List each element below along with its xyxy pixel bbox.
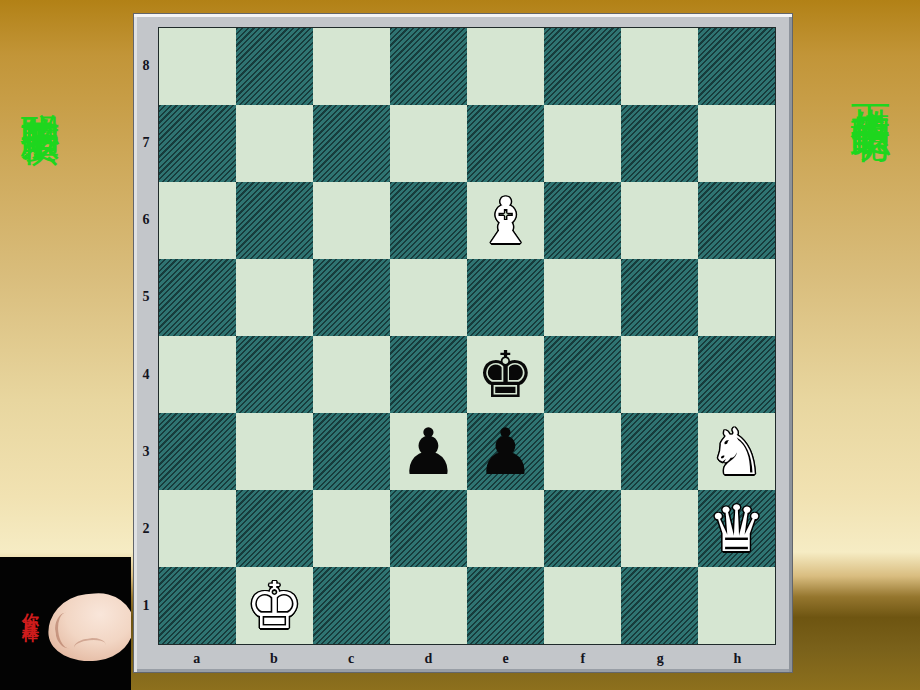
square-a1[interactable] (159, 567, 236, 644)
square-h6[interactable] (698, 182, 775, 259)
white-bishop[interactable]: ♝ (467, 182, 544, 259)
square-g4[interactable] (621, 336, 698, 413)
rank-label-5: 5 (134, 259, 158, 336)
square-g6[interactable] (621, 182, 698, 259)
file-label-f: f (544, 645, 621, 672)
square-c1[interactable] (313, 567, 390, 644)
rank-label-8: 8 (134, 27, 158, 104)
praise-text: 你真棒 (20, 599, 43, 617)
praise-badge[interactable]: 你真棒 (0, 557, 131, 690)
square-a2[interactable] (159, 490, 236, 567)
square-d1[interactable] (390, 567, 467, 644)
file-label-g: g (622, 645, 699, 672)
rank-label-6: 6 (134, 182, 158, 259)
square-a6[interactable] (159, 182, 236, 259)
square-f4[interactable] (544, 336, 621, 413)
black-pawn[interactable]: ♟ (467, 413, 544, 490)
square-h3[interactable]: ♞ (698, 413, 775, 490)
square-f1[interactable] (544, 567, 621, 644)
board-grid[interactable]: ♝♚♟♟♞♛♚ (158, 27, 776, 645)
square-c4[interactable] (313, 336, 390, 413)
square-a3[interactable] (159, 413, 236, 490)
rank-label-4: 4 (134, 336, 158, 413)
square-h2[interactable]: ♛ (698, 490, 775, 567)
square-e8[interactable] (467, 28, 544, 105)
chess-board-frame: 87654321 abcdefgh ♝♚♟♟♞♛♚ (134, 14, 792, 672)
right-caption: 下棋的孩子更聪明 (844, 73, 899, 97)
square-b4[interactable] (236, 336, 313, 413)
square-b8[interactable] (236, 28, 313, 105)
square-e5[interactable] (467, 259, 544, 336)
black-king[interactable]: ♚ (467, 336, 544, 413)
square-h1[interactable] (698, 567, 775, 644)
square-h4[interactable] (698, 336, 775, 413)
square-a5[interactable] (159, 259, 236, 336)
square-c6[interactable] (313, 182, 390, 259)
square-e2[interactable] (467, 490, 544, 567)
square-c2[interactable] (313, 490, 390, 567)
black-pawn[interactable]: ♟ (390, 413, 467, 490)
square-g8[interactable] (621, 28, 698, 105)
square-a8[interactable] (159, 28, 236, 105)
rank-label-2: 2 (134, 491, 158, 568)
file-label-b: b (235, 645, 312, 672)
rank-label-7: 7 (134, 104, 158, 181)
square-g2[interactable] (621, 490, 698, 567)
square-b5[interactable] (236, 259, 313, 336)
square-a7[interactable] (159, 105, 236, 182)
square-c3[interactable] (313, 413, 390, 490)
rank-label-3: 3 (134, 413, 158, 490)
square-c5[interactable] (313, 259, 390, 336)
square-f8[interactable] (544, 28, 621, 105)
square-b1[interactable]: ♚ (236, 567, 313, 644)
file-label-h: h (699, 645, 776, 672)
square-e6[interactable]: ♝ (467, 182, 544, 259)
square-g1[interactable] (621, 567, 698, 644)
file-label-d: d (390, 645, 467, 672)
file-label-c: c (313, 645, 390, 672)
square-c7[interactable] (313, 105, 390, 182)
square-h8[interactable] (698, 28, 775, 105)
square-f2[interactable] (544, 490, 621, 567)
square-f3[interactable] (544, 413, 621, 490)
square-e4[interactable]: ♚ (467, 336, 544, 413)
square-e1[interactable] (467, 567, 544, 644)
square-d4[interactable] (390, 336, 467, 413)
square-e3[interactable]: ♟ (467, 413, 544, 490)
white-queen[interactable]: ♛ (698, 490, 775, 567)
square-g3[interactable] (621, 413, 698, 490)
square-b7[interactable] (236, 105, 313, 182)
rank-labels: 87654321 (134, 27, 158, 645)
square-f5[interactable] (544, 259, 621, 336)
square-d8[interactable] (390, 28, 467, 105)
square-g7[interactable] (621, 105, 698, 182)
fist-image (45, 590, 131, 666)
file-labels: abcdefgh (158, 645, 776, 672)
square-d3[interactable]: ♟ (390, 413, 467, 490)
slide-background: 聪明的孩子爱下棋 下棋的孩子更聪明 87654321 abcdefgh ♝♚♟♟… (0, 0, 920, 690)
square-f6[interactable] (544, 182, 621, 259)
square-h5[interactable] (698, 259, 775, 336)
square-d5[interactable] (390, 259, 467, 336)
square-e7[interactable] (467, 105, 544, 182)
square-d6[interactable] (390, 182, 467, 259)
square-c8[interactable] (313, 28, 390, 105)
left-caption: 聪明的孩子爱下棋 (13, 83, 67, 99)
file-label-e: e (467, 645, 544, 672)
square-d2[interactable] (390, 490, 467, 567)
white-king[interactable]: ♚ (236, 567, 313, 644)
white-knight[interactable]: ♞ (698, 413, 775, 490)
square-f7[interactable] (544, 105, 621, 182)
square-h7[interactable] (698, 105, 775, 182)
square-b2[interactable] (236, 490, 313, 567)
rank-label-1: 1 (134, 568, 158, 645)
square-b3[interactable] (236, 413, 313, 490)
square-b6[interactable] (236, 182, 313, 259)
square-a4[interactable] (159, 336, 236, 413)
file-label-a: a (158, 645, 235, 672)
square-g5[interactable] (621, 259, 698, 336)
square-d7[interactable] (390, 105, 467, 182)
